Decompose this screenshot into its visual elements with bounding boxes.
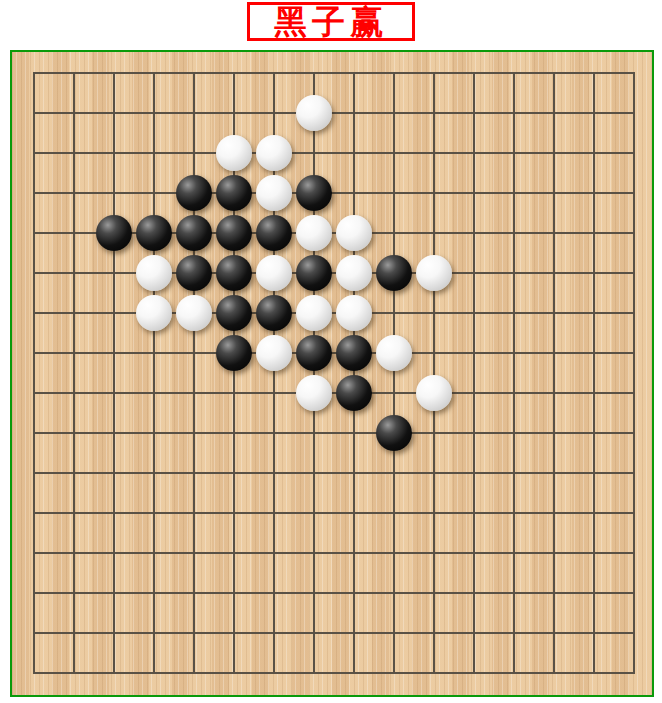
black-stone <box>176 175 212 211</box>
black-stone <box>256 215 292 251</box>
white-stone <box>296 295 332 331</box>
white-stone <box>296 375 332 411</box>
black-stone <box>136 215 172 251</box>
black-stone <box>336 335 372 371</box>
result-text: 黑子赢 <box>274 3 388 40</box>
black-stone <box>336 375 372 411</box>
white-stone <box>256 175 292 211</box>
white-stone <box>296 95 332 131</box>
black-stone <box>256 295 292 331</box>
white-stone <box>336 255 372 291</box>
black-stone <box>176 215 212 251</box>
result-banner: 黑子赢 <box>247 2 415 41</box>
black-stone <box>216 255 252 291</box>
board-grid[interactable] <box>33 72 635 674</box>
white-stone <box>416 255 452 291</box>
white-stone <box>256 335 292 371</box>
gomoku-board[interactable] <box>10 50 654 697</box>
white-stone <box>376 335 412 371</box>
black-stone <box>216 215 252 251</box>
white-stone <box>136 295 172 331</box>
black-stone <box>296 255 332 291</box>
black-stone <box>176 255 212 291</box>
white-stone <box>336 215 372 251</box>
white-stone <box>336 295 372 331</box>
black-stone <box>216 295 252 331</box>
white-stone <box>256 135 292 171</box>
black-stone <box>96 215 132 251</box>
white-stone <box>216 135 252 171</box>
white-stone <box>136 255 172 291</box>
white-stone <box>416 375 452 411</box>
white-stone <box>256 255 292 291</box>
white-stone <box>296 215 332 251</box>
black-stone <box>296 335 332 371</box>
black-stone <box>216 335 252 371</box>
black-stone <box>376 255 412 291</box>
black-stone <box>376 415 412 451</box>
black-stone <box>296 175 332 211</box>
white-stone <box>176 295 212 331</box>
black-stone <box>216 175 252 211</box>
